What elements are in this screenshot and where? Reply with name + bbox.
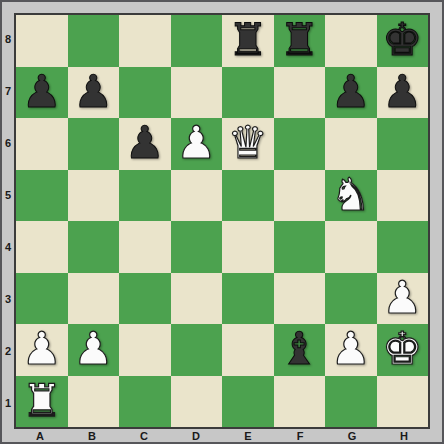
white-pawn-icon[interactable]: ♟: [331, 323, 371, 374]
board: ♜♜♚♟♟♟♟♟♟♛♞♟♟♟♝♟♚♜: [14, 13, 430, 429]
square-b8[interactable]: [68, 15, 120, 67]
white-knight-icon[interactable]: ♞: [331, 169, 371, 220]
square-f8[interactable]: ♜: [274, 15, 326, 67]
square-a4[interactable]: [16, 221, 68, 273]
square-d1[interactable]: [171, 376, 223, 428]
file-coordinates: ABCDEFGH: [14, 429, 430, 443]
file-label-f: F: [274, 429, 326, 443]
square-g2[interactable]: ♟: [325, 324, 377, 376]
square-a2[interactable]: ♟: [16, 324, 68, 376]
square-e6[interactable]: ♛: [222, 118, 274, 170]
square-c4[interactable]: [119, 221, 171, 273]
black-pawn-icon[interactable]: ♟: [73, 66, 113, 117]
file-label-c: C: [118, 429, 170, 443]
square-f3[interactable]: [274, 273, 326, 325]
black-pawn-icon[interactable]: ♟: [125, 117, 165, 168]
square-g8[interactable]: [325, 15, 377, 67]
square-c7[interactable]: [119, 67, 171, 119]
square-c3[interactable]: [119, 273, 171, 325]
white-pawn-icon[interactable]: ♟: [382, 272, 422, 323]
square-d2[interactable]: [171, 324, 223, 376]
board-frame: 87654321 ♜♜♚♟♟♟♟♟♟♛♞♟♟♟♝♟♚♜ ABCDEFGH: [0, 0, 444, 444]
square-e3[interactable]: [222, 273, 274, 325]
square-e1[interactable]: [222, 376, 274, 428]
square-c5[interactable]: [119, 170, 171, 222]
square-d7[interactable]: [171, 67, 223, 119]
black-pawn-icon[interactable]: ♟: [22, 66, 62, 117]
black-pawn-icon[interactable]: ♟: [382, 66, 422, 117]
square-h2[interactable]: ♚: [377, 324, 429, 376]
square-c1[interactable]: [119, 376, 171, 428]
square-a8[interactable]: [16, 15, 68, 67]
file-label-b: B: [66, 429, 118, 443]
square-e2[interactable]: [222, 324, 274, 376]
square-h6[interactable]: [377, 118, 429, 170]
square-a6[interactable]: [16, 118, 68, 170]
file-label-e: E: [222, 429, 274, 443]
rank-label-1: 1: [2, 377, 14, 429]
rank-label-3: 3: [2, 273, 14, 325]
square-a5[interactable]: [16, 170, 68, 222]
square-d6[interactable]: ♟: [171, 118, 223, 170]
square-b3[interactable]: [68, 273, 120, 325]
square-e5[interactable]: [222, 170, 274, 222]
square-h4[interactable]: [377, 221, 429, 273]
square-g6[interactable]: [325, 118, 377, 170]
square-c6[interactable]: ♟: [119, 118, 171, 170]
rank-label-4: 4: [2, 221, 14, 273]
square-b4[interactable]: [68, 221, 120, 273]
square-h1[interactable]: [377, 376, 429, 428]
black-rook-icon[interactable]: ♜: [228, 14, 268, 65]
white-pawn-icon[interactable]: ♟: [176, 117, 216, 168]
square-e8[interactable]: ♜: [222, 15, 274, 67]
white-rook-icon[interactable]: ♜: [22, 375, 62, 426]
square-f2[interactable]: ♝: [274, 324, 326, 376]
square-g1[interactable]: [325, 376, 377, 428]
square-d4[interactable]: [171, 221, 223, 273]
file-label-g: G: [326, 429, 378, 443]
square-e7[interactable]: [222, 67, 274, 119]
square-a1[interactable]: ♜: [16, 376, 68, 428]
square-g4[interactable]: [325, 221, 377, 273]
rank-coordinates: 87654321: [2, 13, 14, 429]
square-c2[interactable]: [119, 324, 171, 376]
square-b6[interactable]: [68, 118, 120, 170]
white-pawn-icon[interactable]: ♟: [22, 323, 62, 374]
square-g3[interactable]: [325, 273, 377, 325]
square-h8[interactable]: ♚: [377, 15, 429, 67]
square-b5[interactable]: [68, 170, 120, 222]
square-f6[interactable]: [274, 118, 326, 170]
square-h7[interactable]: ♟: [377, 67, 429, 119]
square-g5[interactable]: ♞: [325, 170, 377, 222]
black-king-icon[interactable]: ♚: [382, 14, 422, 65]
square-a7[interactable]: ♟: [16, 67, 68, 119]
black-bishop-icon[interactable]: ♝: [279, 323, 319, 374]
rank-label-8: 8: [2, 13, 14, 65]
square-f5[interactable]: [274, 170, 326, 222]
black-rook-icon[interactable]: ♜: [279, 14, 319, 65]
rank-label-7: 7: [2, 65, 14, 117]
rank-label-6: 6: [2, 117, 14, 169]
square-a3[interactable]: [16, 273, 68, 325]
white-king-icon[interactable]: ♚: [382, 323, 422, 374]
square-c8[interactable]: [119, 15, 171, 67]
square-d5[interactable]: [171, 170, 223, 222]
file-label-h: H: [378, 429, 430, 443]
file-label-a: A: [14, 429, 66, 443]
square-e4[interactable]: [222, 221, 274, 273]
square-b1[interactable]: [68, 376, 120, 428]
square-b7[interactable]: ♟: [68, 67, 120, 119]
square-g7[interactable]: ♟: [325, 67, 377, 119]
square-d3[interactable]: [171, 273, 223, 325]
square-b2[interactable]: ♟: [68, 324, 120, 376]
file-label-d: D: [170, 429, 222, 443]
rank-label-5: 5: [2, 169, 14, 221]
square-f4[interactable]: [274, 221, 326, 273]
white-pawn-icon[interactable]: ♟: [73, 323, 113, 374]
square-h5[interactable]: [377, 170, 429, 222]
black-pawn-icon[interactable]: ♟: [331, 66, 371, 117]
rank-label-2: 2: [2, 325, 14, 377]
square-f1[interactable]: [274, 376, 326, 428]
square-h3[interactable]: ♟: [377, 273, 429, 325]
white-queen-icon[interactable]: ♛: [228, 117, 268, 168]
square-f7[interactable]: [274, 67, 326, 119]
square-d8[interactable]: [171, 15, 223, 67]
